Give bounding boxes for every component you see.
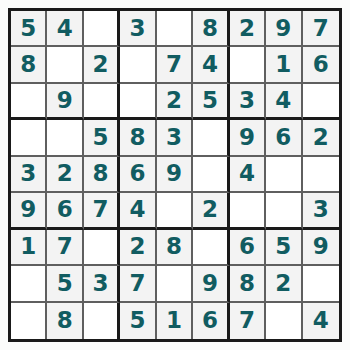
cell-r8c8[interactable]: 2	[266, 266, 302, 302]
cell-r1c3[interactable]	[84, 11, 120, 47]
cell-r7c5[interactable]: 8	[157, 230, 193, 266]
cell-r1c4[interactable]: 3	[120, 11, 156, 47]
cell-r2c8[interactable]: 1	[266, 47, 302, 83]
sudoku-board: 5438297827416925345839623286949674231728…	[8, 8, 342, 342]
cell-r1c8[interactable]: 9	[266, 11, 302, 47]
cell-r4c8[interactable]: 6	[266, 120, 302, 156]
cell-r5c2[interactable]: 2	[47, 157, 83, 193]
cell-r2c3[interactable]: 2	[84, 47, 120, 83]
cell-r5c6[interactable]	[193, 157, 229, 193]
cell-r7c2[interactable]: 7	[47, 230, 83, 266]
cell-r3c4[interactable]	[120, 84, 156, 120]
cell-r4c5[interactable]: 3	[157, 120, 193, 156]
cell-r7c1[interactable]: 1	[11, 230, 47, 266]
cell-r4c1[interactable]	[11, 120, 47, 156]
cell-r8c1[interactable]	[11, 266, 47, 302]
cell-r5c3[interactable]: 8	[84, 157, 120, 193]
cell-r8c4[interactable]: 7	[120, 266, 156, 302]
cell-r2c9[interactable]: 6	[303, 47, 339, 83]
cell-r1c5[interactable]	[157, 11, 193, 47]
cell-r8c2[interactable]: 5	[47, 266, 83, 302]
cell-r6c5[interactable]	[157, 193, 193, 229]
cell-r1c9[interactable]: 7	[303, 11, 339, 47]
cell-r6c1[interactable]: 9	[11, 193, 47, 229]
cell-r7c6[interactable]	[193, 230, 229, 266]
cell-r2c1[interactable]: 8	[11, 47, 47, 83]
cell-r6c3[interactable]: 7	[84, 193, 120, 229]
cell-r7c9[interactable]: 9	[303, 230, 339, 266]
cell-r9c9[interactable]: 4	[303, 303, 339, 339]
cell-r4c3[interactable]: 5	[84, 120, 120, 156]
cell-r9c2[interactable]: 8	[47, 303, 83, 339]
cell-r3c3[interactable]	[84, 84, 120, 120]
cell-r3c8[interactable]: 4	[266, 84, 302, 120]
cell-r6c6[interactable]: 2	[193, 193, 229, 229]
cell-r8c9[interactable]	[303, 266, 339, 302]
cell-r9c5[interactable]: 1	[157, 303, 193, 339]
cell-r3c2[interactable]: 9	[47, 84, 83, 120]
cell-r6c4[interactable]: 4	[120, 193, 156, 229]
cell-r3c9[interactable]	[303, 84, 339, 120]
cell-r3c1[interactable]	[11, 84, 47, 120]
cell-r9c6[interactable]: 6	[193, 303, 229, 339]
cell-r5c1[interactable]: 3	[11, 157, 47, 193]
cell-r9c1[interactable]	[11, 303, 47, 339]
cell-r4c9[interactable]: 2	[303, 120, 339, 156]
cell-r6c7[interactable]	[230, 193, 266, 229]
cell-r4c4[interactable]: 8	[120, 120, 156, 156]
cell-r2c4[interactable]	[120, 47, 156, 83]
cell-r5c4[interactable]: 6	[120, 157, 156, 193]
cell-r2c5[interactable]: 7	[157, 47, 193, 83]
cell-r4c2[interactable]	[47, 120, 83, 156]
cell-r7c8[interactable]: 5	[266, 230, 302, 266]
cell-r2c6[interactable]: 4	[193, 47, 229, 83]
cell-r4c7[interactable]: 9	[230, 120, 266, 156]
cell-r7c3[interactable]	[84, 230, 120, 266]
cell-r9c3[interactable]	[84, 303, 120, 339]
cell-r8c6[interactable]: 9	[193, 266, 229, 302]
cell-r5c5[interactable]: 9	[157, 157, 193, 193]
cell-r1c1[interactable]: 5	[11, 11, 47, 47]
cell-r7c4[interactable]: 2	[120, 230, 156, 266]
cell-r7c7[interactable]: 6	[230, 230, 266, 266]
cell-r1c2[interactable]: 4	[47, 11, 83, 47]
cell-r4c6[interactable]	[193, 120, 229, 156]
cell-r3c5[interactable]: 2	[157, 84, 193, 120]
cell-r9c8[interactable]	[266, 303, 302, 339]
cell-r3c7[interactable]: 3	[230, 84, 266, 120]
cell-r6c9[interactable]: 3	[303, 193, 339, 229]
cell-r2c7[interactable]	[230, 47, 266, 83]
cell-r5c8[interactable]	[266, 157, 302, 193]
cell-r5c9[interactable]	[303, 157, 339, 193]
cell-r6c8[interactable]	[266, 193, 302, 229]
cell-r8c3[interactable]: 3	[84, 266, 120, 302]
cell-r1c6[interactable]: 8	[193, 11, 229, 47]
cell-r1c7[interactable]: 2	[230, 11, 266, 47]
cell-r3c6[interactable]: 5	[193, 84, 229, 120]
cell-r8c5[interactable]	[157, 266, 193, 302]
cell-r6c2[interactable]: 6	[47, 193, 83, 229]
cell-r8c7[interactable]: 8	[230, 266, 266, 302]
cell-r9c7[interactable]: 7	[230, 303, 266, 339]
cell-r5c7[interactable]: 4	[230, 157, 266, 193]
cell-r2c2[interactable]	[47, 47, 83, 83]
cell-r9c4[interactable]: 5	[120, 303, 156, 339]
